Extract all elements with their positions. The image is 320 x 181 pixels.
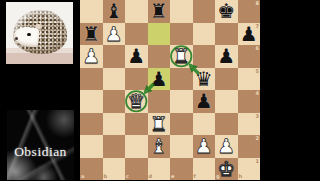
piece-black-queen-f5: ♛ <box>193 68 216 91</box>
square-b2 <box>103 135 126 158</box>
file-label-e: e <box>171 174 174 179</box>
square-a4 <box>80 90 103 113</box>
square-e5 <box>170 68 193 91</box>
square-e4 <box>170 90 193 113</box>
file-label-h: h <box>239 174 243 179</box>
square-c2 <box>125 135 148 158</box>
square-g6: ♟ <box>215 45 238 68</box>
rank-label-5: 5 <box>256 69 259 74</box>
square-g8: ♚ <box>215 0 238 23</box>
square-a7: ♜ <box>80 23 103 46</box>
file-label-c: c <box>126 174 129 179</box>
square-b3 <box>103 113 126 136</box>
file-label-a: a <box>81 174 84 179</box>
hedgehog-photo <box>6 2 73 64</box>
square-c5 <box>125 68 148 91</box>
square-h1: 1h <box>238 158 261 181</box>
obsidian-logo: Obsidian <box>7 110 74 180</box>
square-c7 <box>125 23 148 46</box>
square-f7 <box>193 23 216 46</box>
file-label-g: g <box>216 174 220 179</box>
piece-white-pawn-f2: ♟ <box>193 135 216 158</box>
piece-black-rook-a7: ♜ <box>80 23 103 46</box>
square-a6: ♟ <box>80 45 103 68</box>
square-c8 <box>125 0 148 23</box>
chess-board: ♝♜♚8♜♟7♟♟♟♜♟6♟♛5♛♟4♜3♝♟♟2abcdefg♚1h <box>80 0 260 180</box>
piece-black-pawn-f4: ♟ <box>193 90 216 113</box>
square-f5: ♛ <box>193 68 216 91</box>
square-a8 <box>80 0 103 23</box>
square-d3: ♜ <box>148 113 171 136</box>
file-label-d: d <box>149 174 153 179</box>
square-h3: 3 <box>238 113 261 136</box>
square-f2: ♟ <box>193 135 216 158</box>
piece-black-pawn-c6: ♟ <box>125 45 148 68</box>
square-f3 <box>193 113 216 136</box>
hedgehog-body <box>13 10 67 54</box>
piece-white-bishop-d2: ♝ <box>148 135 171 158</box>
obsidian-logo-text: Obsidian <box>14 144 67 160</box>
square-b4 <box>103 90 126 113</box>
rank-label-7: 7 <box>256 24 259 29</box>
square-h4: 4 <box>238 90 261 113</box>
piece-white-pawn-b7: ♟ <box>103 23 126 46</box>
square-f8 <box>193 0 216 23</box>
square-a1: a <box>80 158 103 181</box>
square-f4: ♟ <box>193 90 216 113</box>
square-a3 <box>80 113 103 136</box>
rank-label-8: 8 <box>256 1 259 6</box>
square-d6 <box>148 45 171 68</box>
square-a2 <box>80 135 103 158</box>
square-e6: ♜ <box>170 45 193 68</box>
square-h2: 2 <box>238 135 261 158</box>
rank-label-3: 3 <box>256 114 259 119</box>
square-h5: 5 <box>238 68 261 91</box>
square-e7 <box>170 23 193 46</box>
square-c4: ♛ <box>125 90 148 113</box>
piece-white-rook-e6: ♜ <box>170 45 193 68</box>
square-e8 <box>170 0 193 23</box>
square-d2: ♝ <box>148 135 171 158</box>
piece-black-king-g8: ♚ <box>215 0 238 23</box>
piece-white-rook-d3: ♜ <box>148 113 171 136</box>
square-c6: ♟ <box>125 45 148 68</box>
square-d8: ♜ <box>148 0 171 23</box>
file-label-f: f <box>194 174 196 179</box>
square-b1: b <box>103 158 126 181</box>
piece-black-bishop-b8: ♝ <box>103 0 126 23</box>
square-d1: d <box>148 158 171 181</box>
square-e3 <box>170 113 193 136</box>
square-e2 <box>170 135 193 158</box>
rank-label-4: 4 <box>256 91 259 96</box>
piece-white-queen-c4: ♛ <box>125 90 148 113</box>
square-a5 <box>80 68 103 91</box>
hedgehog-nose <box>15 37 18 40</box>
square-h7: 7♟ <box>238 23 261 46</box>
square-g4 <box>215 90 238 113</box>
square-g5 <box>215 68 238 91</box>
square-f1: f <box>193 158 216 181</box>
rank-label-2: 2 <box>256 136 259 141</box>
square-b6 <box>103 45 126 68</box>
piece-white-king-g1: ♚ <box>215 158 238 181</box>
square-b7: ♟ <box>103 23 126 46</box>
square-f6 <box>193 45 216 68</box>
piece-black-pawn-g6: ♟ <box>215 45 238 68</box>
piece-white-pawn-g2: ♟ <box>215 135 238 158</box>
rank-label-1: 1 <box>256 159 259 164</box>
square-d5: ♟ <box>148 68 171 91</box>
square-g2: ♟ <box>215 135 238 158</box>
square-g1: g♚ <box>215 158 238 181</box>
square-d7 <box>148 23 171 46</box>
square-b5 <box>103 68 126 91</box>
square-h6: 6 <box>238 45 261 68</box>
piece-black-rook-d8: ♜ <box>148 0 171 23</box>
square-e1: e <box>170 158 193 181</box>
square-g7 <box>215 23 238 46</box>
square-d4 <box>148 90 171 113</box>
video-thumbnail: Obsidian ♝♜♚8♜♟7♟♟♟♜♟6♟♛5♛♟4♜3♝♟♟2abcdef… <box>0 0 320 180</box>
square-c1: c <box>125 158 148 181</box>
piece-black-pawn-d5: ♟ <box>148 68 171 91</box>
hedgehog-eye <box>27 33 31 37</box>
square-b8: ♝ <box>103 0 126 23</box>
square-h8: 8 <box>238 0 261 23</box>
square-g3 <box>215 113 238 136</box>
file-label-b: b <box>104 174 108 179</box>
piece-black-pawn-h7: ♟ <box>238 23 261 46</box>
piece-white-pawn-a6: ♟ <box>80 45 103 68</box>
rank-label-6: 6 <box>256 46 259 51</box>
square-c3 <box>125 113 148 136</box>
